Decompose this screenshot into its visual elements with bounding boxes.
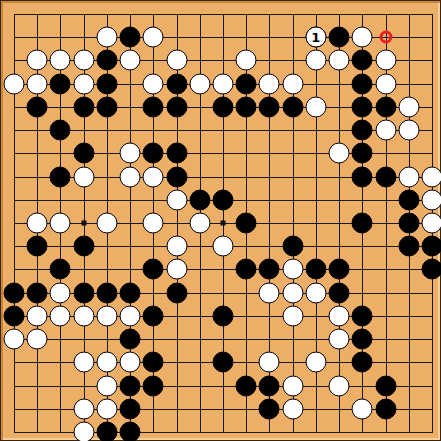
black-stone — [329, 282, 350, 303]
white-stone — [96, 352, 117, 373]
black-stone — [352, 50, 373, 71]
black-stone — [143, 96, 164, 117]
black-stone — [375, 375, 396, 396]
white-stone — [282, 73, 303, 94]
black-stone — [375, 96, 396, 117]
white-stone — [4, 73, 25, 94]
black-stone — [213, 96, 234, 117]
grid-line — [339, 14, 340, 433]
white-stone — [50, 50, 71, 71]
white-stone — [166, 259, 187, 280]
white-stone — [96, 375, 117, 396]
white-stone — [73, 50, 94, 71]
white-stone — [73, 166, 94, 187]
white-stone — [4, 329, 25, 350]
black-stone — [398, 189, 419, 210]
black-stone — [120, 398, 141, 419]
white-stone — [259, 352, 280, 373]
white-stone — [398, 96, 419, 117]
white-stone — [282, 398, 303, 419]
white-stone — [50, 213, 71, 234]
white-stone — [189, 73, 210, 94]
white-stone — [282, 259, 303, 280]
white-stone — [166, 189, 187, 210]
black-stone — [352, 329, 373, 350]
white-stone — [73, 398, 94, 419]
black-stone — [27, 236, 48, 257]
black-stone — [259, 96, 280, 117]
black-stone — [375, 398, 396, 419]
white-stone — [73, 422, 94, 441]
black-stone — [352, 73, 373, 94]
white-stone — [329, 143, 350, 164]
white-stone — [259, 73, 280, 94]
black-stone — [259, 259, 280, 280]
black-stone — [282, 96, 303, 117]
white-stone — [305, 50, 326, 71]
white-stone — [73, 352, 94, 373]
black-stone — [329, 259, 350, 280]
black-stone — [305, 259, 326, 280]
black-stone — [27, 282, 48, 303]
black-stone — [50, 259, 71, 280]
black-stone — [96, 422, 117, 441]
black-stone — [120, 282, 141, 303]
grid-line — [14, 386, 433, 387]
black-stone — [96, 50, 117, 71]
white-stone — [120, 352, 141, 373]
black-stone — [352, 143, 373, 164]
black-stone — [4, 305, 25, 326]
white-stone — [96, 398, 117, 419]
black-stone — [96, 282, 117, 303]
white-stone — [120, 166, 141, 187]
black-stone — [73, 143, 94, 164]
black-stone — [120, 27, 141, 48]
black-stone — [352, 352, 373, 373]
black-stone — [213, 305, 234, 326]
black-stone — [120, 329, 141, 350]
white-stone — [96, 213, 117, 234]
black-stone — [352, 96, 373, 117]
white-stone — [305, 352, 326, 373]
black-stone — [236, 96, 257, 117]
white-stone — [143, 27, 164, 48]
white-stone — [120, 143, 141, 164]
black-stone — [375, 166, 396, 187]
white-stone — [143, 213, 164, 234]
black-stone — [398, 236, 419, 257]
white-stone — [50, 282, 71, 303]
white-stone — [120, 50, 141, 71]
grid-line — [14, 269, 433, 270]
star-point — [81, 221, 86, 226]
black-stone — [73, 236, 94, 257]
white-stone — [329, 375, 350, 396]
white-stone — [329, 50, 350, 71]
black-stone — [213, 352, 234, 373]
white-stone — [166, 236, 187, 257]
white-stone — [96, 305, 117, 326]
black-stone — [236, 259, 257, 280]
white-stone — [189, 213, 210, 234]
black-stone — [166, 96, 187, 117]
white-stone — [422, 189, 441, 210]
black-stone — [166, 282, 187, 303]
white-stone — [27, 329, 48, 350]
white-stone — [375, 73, 396, 94]
white-stone — [305, 96, 326, 117]
black-stone — [189, 189, 210, 210]
white-stone — [352, 398, 373, 419]
black-stone — [166, 166, 187, 187]
black-stone — [166, 73, 187, 94]
black-stone — [96, 96, 117, 117]
white-stone — [166, 50, 187, 71]
white-stone — [96, 27, 117, 48]
move-number-label: 1 — [311, 31, 320, 44]
white-stone — [27, 213, 48, 234]
white-stone — [329, 305, 350, 326]
white-stone — [143, 73, 164, 94]
white-stone — [282, 305, 303, 326]
white-stone — [73, 73, 94, 94]
black-stone — [352, 213, 373, 234]
white-stone — [422, 213, 441, 234]
white-stone — [73, 305, 94, 326]
black-stone — [236, 73, 257, 94]
star-point — [221, 221, 226, 226]
white-stone — [422, 166, 441, 187]
black-stone — [259, 375, 280, 396]
black-stone — [50, 166, 71, 187]
black-stone — [120, 375, 141, 396]
white-stone — [27, 73, 48, 94]
black-stone — [422, 236, 441, 257]
black-stone — [329, 27, 350, 48]
white-stone — [352, 27, 373, 48]
white-stone — [213, 236, 234, 257]
black-stone — [143, 352, 164, 373]
white-stone — [120, 305, 141, 326]
black-stone — [27, 96, 48, 117]
black-stone — [398, 213, 419, 234]
black-stone — [282, 236, 303, 257]
white-stone — [143, 166, 164, 187]
white-stone — [375, 50, 396, 71]
black-stone — [96, 73, 117, 94]
go-diagram: 1 — [0, 0, 441, 441]
white-stone — [27, 305, 48, 326]
white-stone — [282, 282, 303, 303]
black-stone — [352, 166, 373, 187]
white-stone — [236, 50, 257, 71]
black-stone — [120, 422, 141, 441]
white-stone — [259, 282, 280, 303]
white-stone — [375, 120, 396, 141]
black-stone — [422, 259, 441, 280]
black-stone — [143, 143, 164, 164]
white-stone — [398, 166, 419, 187]
black-stone — [352, 305, 373, 326]
white-stone — [398, 120, 419, 141]
black-stone — [166, 143, 187, 164]
red-circle-marker — [379, 31, 392, 44]
white-stone — [305, 282, 326, 303]
black-stone — [73, 96, 94, 117]
black-stone — [50, 120, 71, 141]
black-stone — [236, 375, 257, 396]
white-stone — [213, 73, 234, 94]
black-stone — [259, 398, 280, 419]
white-stone — [27, 50, 48, 71]
white-stone — [50, 305, 71, 326]
move-1-stone: 1 — [305, 27, 326, 48]
black-stone — [4, 282, 25, 303]
black-stone — [143, 375, 164, 396]
black-stone — [352, 120, 373, 141]
go-board[interactable]: 1 — [0, 0, 441, 441]
black-stone — [213, 189, 234, 210]
white-stone — [282, 375, 303, 396]
black-stone — [236, 213, 257, 234]
black-stone — [50, 73, 71, 94]
white-stone — [329, 329, 350, 350]
black-stone — [73, 282, 94, 303]
black-stone — [143, 259, 164, 280]
black-stone — [143, 305, 164, 326]
